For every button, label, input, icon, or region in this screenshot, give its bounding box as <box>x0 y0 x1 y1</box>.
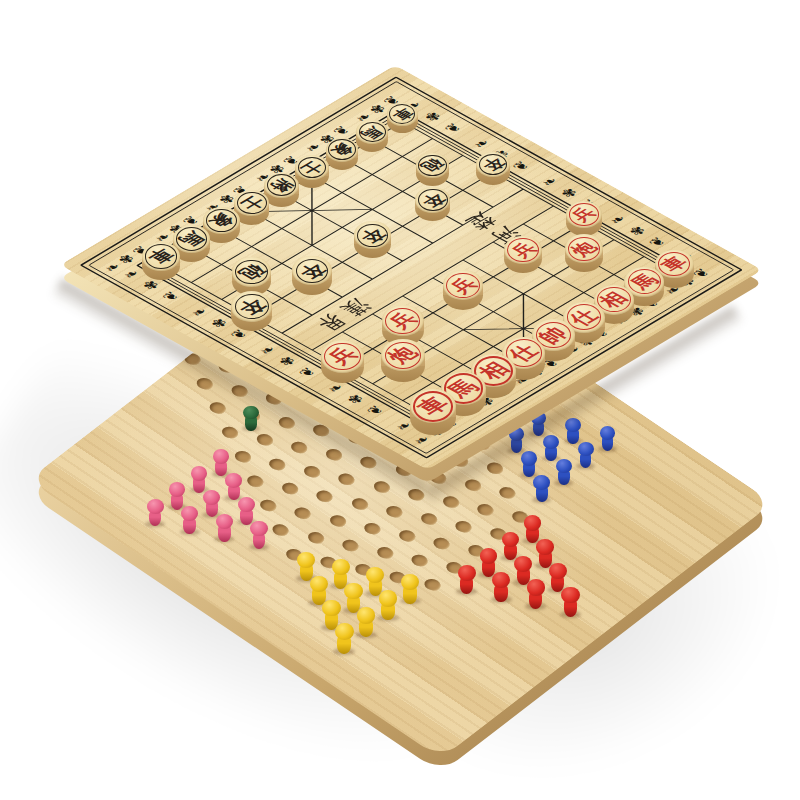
piece-character: 砲 <box>415 155 450 175</box>
xiangqi-piece-red-c[interactable]: 炮 <box>565 234 603 271</box>
piece-face: 兵 <box>321 340 365 372</box>
piece-ring: 炮 <box>568 237 600 261</box>
piece-character: 車 <box>386 105 418 123</box>
piece-ring: 卒 <box>296 259 329 284</box>
piece-ring: 砲 <box>235 260 268 285</box>
piece-ring: 兵 <box>385 308 420 334</box>
piece-character: 卒 <box>292 259 332 282</box>
piece-character: 士 <box>295 158 330 178</box>
piece-ring: 將 <box>267 174 296 196</box>
piece-ring: 卒 <box>357 224 388 248</box>
piece-character: 炮 <box>381 342 426 368</box>
piece-face: 砲 <box>232 257 271 286</box>
piece-ring: 車 <box>389 104 415 124</box>
xiangqi-piece-black-r[interactable]: 車 <box>142 242 180 280</box>
piece-face: 士 <box>295 155 329 180</box>
piece-ring: 象 <box>328 139 356 160</box>
piece-face: 象 <box>326 138 359 162</box>
piece-face: 兵 <box>504 236 542 264</box>
piece-face: 車 <box>387 103 418 126</box>
piece-face: 車 <box>142 242 180 270</box>
piece-face: 馬 <box>356 120 388 144</box>
xiangqi-piece-black-b[interactable]: 象 <box>326 138 359 170</box>
xiangqi-piece-black-p[interactable]: 卒 <box>231 291 272 331</box>
piece-face: 卒 <box>231 291 272 321</box>
xiangqi-piece-black-p[interactable]: 卒 <box>354 221 391 258</box>
piece-face: 兵 <box>443 270 483 300</box>
xiangqi-piece-red-c[interactable]: 炮 <box>381 339 425 382</box>
piece-character: 馬 <box>356 123 389 142</box>
xiangqi-piece-black-a[interactable]: 士 <box>295 155 329 188</box>
xiangqi-piece-red-p[interactable]: 兵 <box>504 236 542 273</box>
piece-face: 砲 <box>416 153 450 178</box>
piece-character: 卒 <box>414 189 451 210</box>
piece-ring: 卒 <box>235 294 269 320</box>
piece-character: 兵 <box>320 344 365 370</box>
piece-face: 卒 <box>476 152 510 177</box>
piece-character: 車 <box>409 392 458 420</box>
xiangqi-piece-red-p[interactable]: 兵 <box>321 340 365 383</box>
piece-ring: 砲 <box>418 155 446 176</box>
piece-face: 炮 <box>381 339 425 371</box>
piece-ring: 士 <box>298 157 326 179</box>
piece-face: 將 <box>264 173 299 199</box>
scene: ❧✾❦ ❧✾❦ ❧✾❦ ❧✾❦ ❧✾❦ ❧✾❦ ❧✾❦ ❧✾❦ ❧✾❦ ❧✾❦ … <box>0 0 800 800</box>
piece-ring: 炮 <box>385 342 421 369</box>
piece-face: 卒 <box>354 221 391 249</box>
piece-ring: 兵 <box>324 343 360 370</box>
piece-character: 卒 <box>230 294 273 319</box>
xiangqi-piece-black-c[interactable]: 砲 <box>416 153 450 186</box>
piece-face: 兵 <box>382 305 424 336</box>
piece-ring: 卒 <box>418 189 448 211</box>
piece-face: 兵 <box>566 201 602 228</box>
piece-face: 卒 <box>292 256 331 285</box>
xiangqi-piece-red-r[interactable]: 車 <box>410 389 456 434</box>
piece-ring: 兵 <box>569 203 599 226</box>
piece-character: 車 <box>141 245 181 268</box>
xiangqi-piece-black-k[interactable]: 將 <box>264 173 299 207</box>
piece-character: 卒 <box>476 154 511 174</box>
piece-ring: 兵 <box>507 238 539 262</box>
piece-character: 砲 <box>232 261 272 284</box>
xiangqi-piece-red-p[interactable]: 兵 <box>443 270 483 309</box>
xiangqi-piece-black-p[interactable]: 卒 <box>476 152 510 185</box>
xiangqi-piece-black-p[interactable]: 卒 <box>292 256 331 294</box>
piece-character: 卒 <box>353 224 391 246</box>
xiangqi-piece-black-c[interactable]: 砲 <box>232 257 271 296</box>
xiangqi-piece-black-r[interactable]: 車 <box>387 103 418 133</box>
piece-character: 炮 <box>564 237 603 260</box>
piece-ring: 象 <box>206 209 237 232</box>
piece-character: 兵 <box>504 238 543 261</box>
xiangqi-piece-red-p[interactable]: 兵 <box>566 201 602 237</box>
xiangqi-piece-black-p[interactable]: 卒 <box>415 187 451 222</box>
piece-ring: 卒 <box>479 154 507 175</box>
piece-character: 兵 <box>381 308 424 333</box>
piece-ring: 車 <box>145 244 177 268</box>
xiangqi-pieces-layer: 車馬象卒砲士將卒士兵象卒馬炮兵車車卒砲馬兵相卒仕兵帥仕炮兵相馬車 <box>0 0 800 800</box>
piece-face: 炮 <box>565 234 603 262</box>
piece-character: 兵 <box>565 203 603 225</box>
piece-character: 象 <box>325 140 359 160</box>
piece-face: 卒 <box>415 187 451 213</box>
xiangqi-piece-black-n[interactable]: 馬 <box>356 120 388 151</box>
piece-character: 兵 <box>443 274 484 297</box>
piece-ring: 士 <box>237 192 267 215</box>
piece-ring: 兵 <box>446 273 479 298</box>
piece-ring: 馬 <box>359 122 386 142</box>
piece-ring: 車 <box>413 391 453 422</box>
